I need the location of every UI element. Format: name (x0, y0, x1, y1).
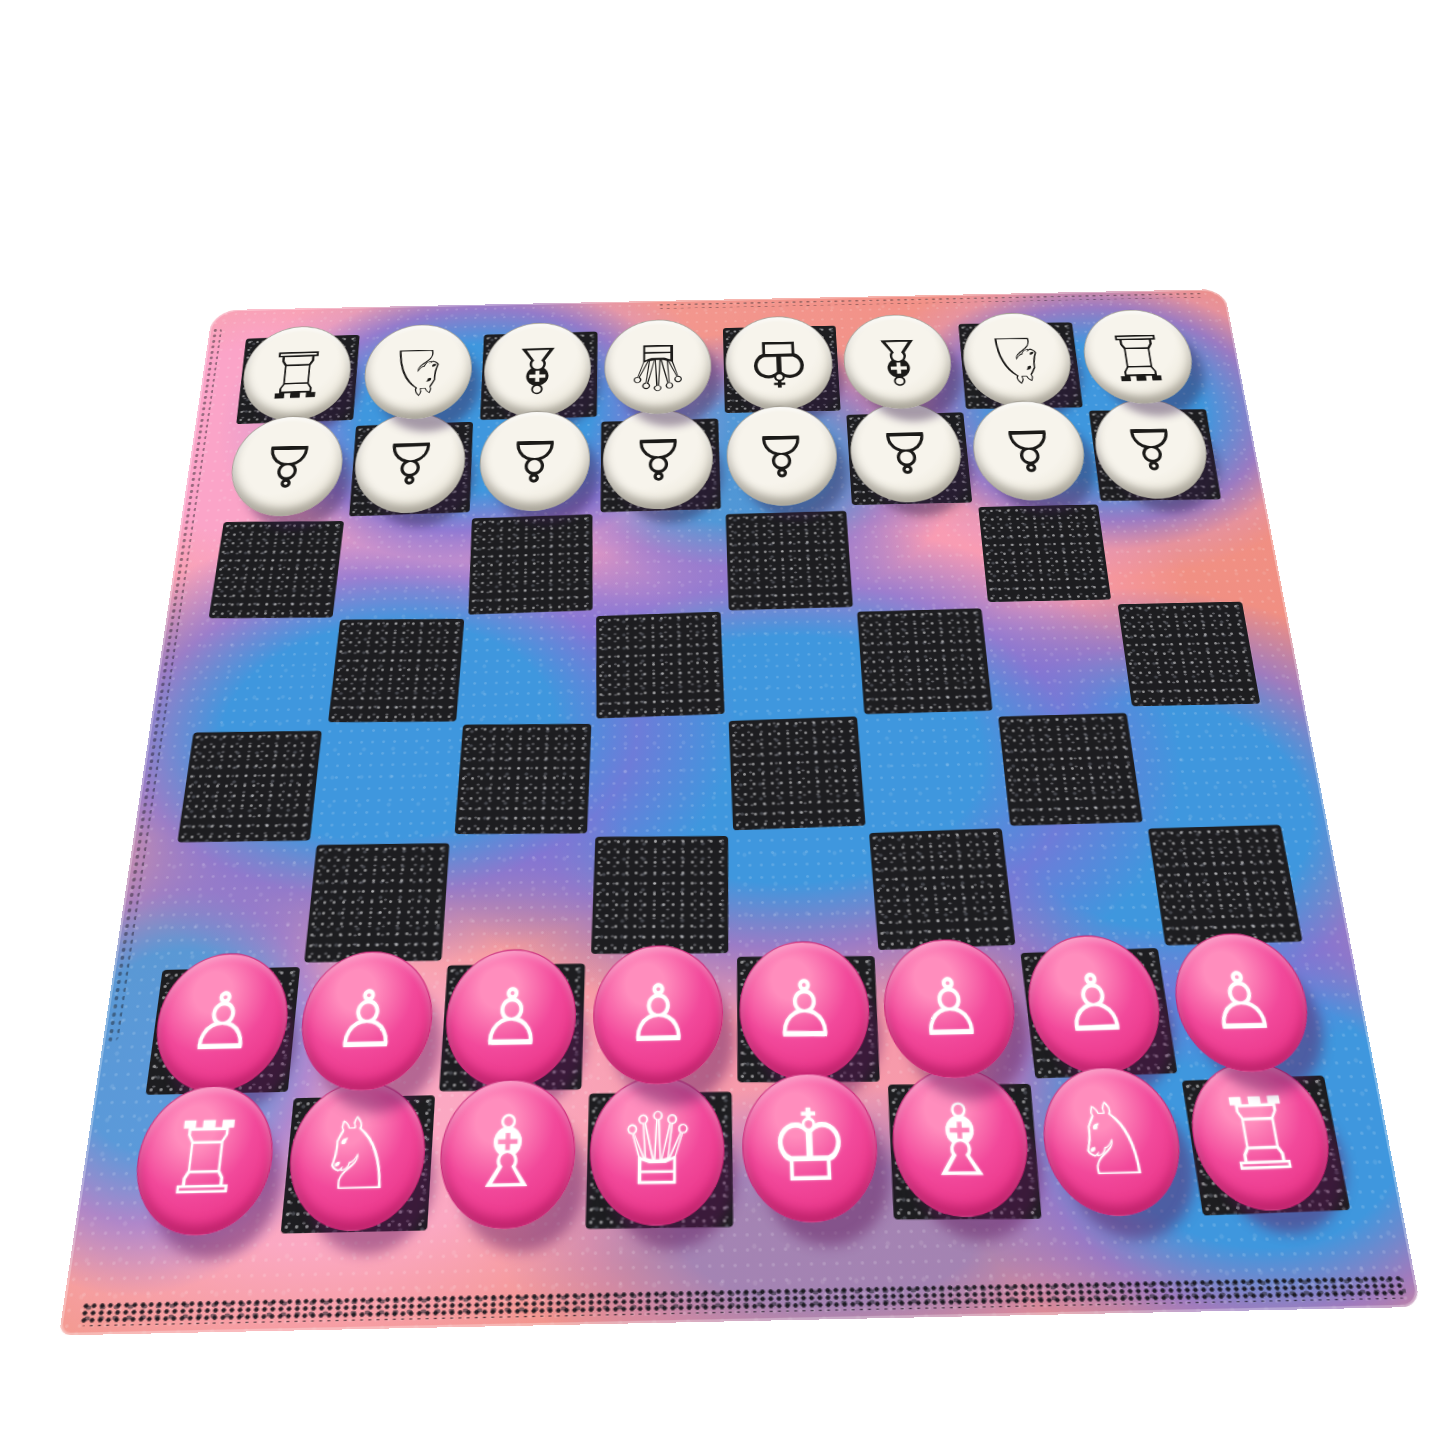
square-a1[interactable]: ♖ (121, 1096, 289, 1241)
square-a7[interactable]: ♙ (220, 423, 355, 520)
pawn-glyph: ♙ (876, 423, 936, 481)
square-c3[interactable] (445, 836, 591, 962)
piece-ivory-pawn-d7[interactable]: ♙ (603, 408, 715, 511)
bishop-glyph: ♗ (864, 330, 933, 394)
square-e5[interactable] (725, 608, 861, 718)
queen-glyph: ♕ (626, 335, 691, 399)
pawn-glyph: ♙ (998, 421, 1061, 479)
rook-glyph: ♖ (262, 341, 332, 406)
pawn-glyph: ♙ (185, 982, 260, 1062)
piece-ivory-pawn-b7[interactable]: ♙ (351, 411, 467, 515)
square-h3[interactable] (1145, 822, 1307, 948)
piece-pink-pawn-d2[interactable]: ♙ (592, 944, 724, 1086)
square-g7[interactable]: ♙ (965, 408, 1100, 505)
piece-pink-pawn-c2[interactable]: ♙ (442, 948, 579, 1089)
board-grid: ♖♘♗♕♔♗♘♖♙♙♙♙♙♙♙♙♙♙♙♙♙♙♙♙♖♘♗♕♔♗♘♖ (121, 317, 1355, 1242)
square-g2[interactable]: ♙ (1017, 944, 1181, 1081)
board-scene: ♖♘♗♕♔♗♘♖♙♙♙♙♙♙♙♙♙♙♙♙♙♙♙♙♖♘♗♕♔♗♘♖ (135, 157, 1319, 1313)
square-c7[interactable]: ♙ (471, 418, 598, 515)
piece-pink-knight-g1[interactable]: ♘ (1037, 1065, 1190, 1217)
rook-glyph: ♖ (1101, 325, 1175, 389)
king-glyph: ♔ (768, 1096, 852, 1197)
square-e7[interactable]: ♙ (721, 413, 849, 510)
pawn-glyph: ♙ (1119, 420, 1183, 477)
piece-ivory-knight-g8[interactable]: ♘ (959, 312, 1076, 408)
square-b5[interactable] (324, 617, 466, 725)
knight-glyph: ♘ (383, 340, 452, 404)
piece-pink-rook-h1[interactable]: ♖ (1182, 1060, 1343, 1214)
square-h7[interactable]: ♙ (1086, 407, 1224, 503)
square-e1[interactable]: ♔ (735, 1084, 892, 1229)
piece-ivory-queen-d8[interactable]: ♕ (604, 319, 713, 415)
square-f6[interactable] (848, 505, 984, 608)
king-glyph: ♔ (746, 331, 812, 395)
square-c1[interactable]: ♗ (429, 1090, 586, 1235)
square-e3[interactable] (730, 830, 876, 956)
chess-board: ♖♘♗♕♔♗♘♖♙♙♙♙♙♙♙♙♙♙♙♙♙♙♙♙♖♘♗♕♔♗♘♖ (59, 289, 1421, 1335)
piece-pink-rook-a1[interactable]: ♖ (128, 1084, 280, 1237)
piece-pink-pawn-f2[interactable]: ♙ (880, 938, 1021, 1079)
piece-pink-king-e1[interactable]: ♔ (740, 1071, 881, 1223)
square-g6[interactable] (975, 502, 1115, 605)
pawn-glyph: ♙ (256, 437, 319, 495)
piece-ivory-rook-h8[interactable]: ♖ (1078, 309, 1200, 405)
piece-ivory-king-e8[interactable]: ♔ (724, 316, 835, 412)
board-edge-speckle-top (658, 292, 1203, 309)
square-d4[interactable] (591, 718, 729, 835)
square-h4[interactable] (1129, 707, 1284, 824)
piece-pink-knight-b1[interactable]: ♘ (283, 1080, 429, 1232)
piece-ivory-pawn-f7[interactable]: ♙ (848, 402, 966, 504)
square-h6[interactable] (1100, 500, 1244, 603)
piece-ivory-pawn-g7[interactable]: ♙ (969, 400, 1091, 502)
bishop-glyph: ♗ (505, 338, 571, 403)
piece-ivory-bishop-f8[interactable]: ♗ (841, 314, 955, 410)
piece-ivory-rook-a8[interactable]: ♖ (238, 325, 354, 423)
square-e8[interactable]: ♔ (720, 324, 844, 416)
square-c6[interactable] (466, 511, 596, 616)
piece-pink-queen-d1[interactable]: ♕ (588, 1076, 725, 1227)
square-b1[interactable]: ♘ (276, 1092, 438, 1237)
pawn-glyph: ♙ (1056, 963, 1133, 1044)
square-a5[interactable] (191, 619, 335, 729)
square-b6[interactable] (336, 516, 472, 620)
piece-ivory-pawn-e7[interactable]: ♙ (725, 405, 839, 507)
piece-pink-pawn-g2[interactable]: ♙ (1021, 933, 1170, 1076)
bishop-glyph: ♗ (465, 1102, 549, 1203)
square-f8[interactable]: ♗ (837, 322, 964, 414)
square-g3[interactable] (1007, 824, 1163, 949)
square-c5[interactable] (459, 614, 595, 724)
square-a3[interactable] (159, 842, 314, 968)
square-b8[interactable]: ♘ (355, 332, 482, 424)
square-g1[interactable]: ♘ (1032, 1078, 1200, 1222)
pawn-glyph: ♙ (505, 432, 563, 490)
square-d5[interactable] (593, 609, 727, 721)
square-e2[interactable]: ♙ (733, 953, 882, 1085)
square-e6[interactable] (722, 508, 855, 612)
square-c4[interactable] (452, 721, 595, 836)
square-d2[interactable]: ♙ (586, 955, 735, 1090)
knight-glyph: ♘ (313, 1104, 401, 1205)
square-g5[interactable] (984, 603, 1129, 713)
piece-pink-pawn-a2[interactable]: ♙ (148, 952, 294, 1094)
square-b4[interactable] (314, 724, 459, 842)
square-d6[interactable] (595, 510, 725, 613)
pawn-glyph: ♙ (914, 968, 986, 1048)
piece-pink-bishop-c1[interactable]: ♗ (436, 1078, 577, 1230)
square-a4[interactable] (174, 728, 325, 845)
square-b2[interactable]: ♙ (289, 961, 445, 1096)
piece-pink-pawn-b2[interactable]: ♙ (295, 950, 436, 1092)
square-f7[interactable]: ♙ (844, 410, 975, 507)
square-b3[interactable] (300, 840, 452, 965)
square-h1[interactable]: ♖ (1178, 1072, 1354, 1219)
board-edge-speckle-bottom (79, 1275, 1407, 1327)
piece-ivory-pawn-c7[interactable]: ♙ (477, 410, 591, 512)
piece-ivory-knight-b8[interactable]: ♘ (360, 324, 474, 421)
square-f1[interactable]: ♗ (885, 1081, 1045, 1223)
square-d8[interactable]: ♕ (599, 327, 721, 419)
square-c2[interactable]: ♙ (436, 960, 588, 1094)
square-d7[interactable]: ♙ (598, 416, 724, 514)
piece-pink-pawn-h2[interactable]: ♙ (1166, 932, 1318, 1073)
piece-ivory-pawn-a7[interactable]: ♙ (226, 415, 348, 518)
square-a8[interactable]: ♖ (233, 333, 362, 426)
square-g4[interactable] (995, 710, 1146, 828)
square-d1[interactable]: ♕ (582, 1089, 736, 1233)
rook-glyph: ♖ (159, 1109, 251, 1211)
piece-pink-pawn-e2[interactable]: ♙ (739, 941, 872, 1080)
square-h2[interactable]: ♙ (1162, 943, 1329, 1077)
square-h8[interactable]: ♖ (1074, 317, 1208, 408)
pawn-glyph: ♙ (753, 427, 811, 485)
square-f3[interactable] (866, 825, 1019, 953)
square-f2[interactable]: ♙ (875, 949, 1032, 1083)
square-g8[interactable]: ♘ (955, 320, 1085, 411)
pawn-glyph: ♙ (331, 980, 403, 1060)
square-c8[interactable]: ♗ (477, 329, 600, 422)
square-f5[interactable] (854, 606, 995, 717)
pawn-glyph: ♙ (630, 430, 687, 488)
pawn-glyph: ♙ (625, 974, 692, 1054)
piece-ivory-pawn-h7[interactable]: ♙ (1090, 398, 1215, 499)
square-b7[interactable]: ♙ (346, 419, 475, 518)
pawn-glyph: ♙ (476, 978, 546, 1058)
pawn-glyph: ♙ (771, 970, 839, 1049)
square-d3[interactable] (588, 833, 731, 956)
bishop-glyph: ♗ (918, 1093, 1005, 1193)
square-h5[interactable] (1115, 599, 1264, 709)
rook-glyph: ♖ (1213, 1085, 1311, 1187)
piece-ivory-bishop-c8[interactable]: ♗ (482, 322, 592, 419)
knight-glyph: ♘ (1066, 1090, 1158, 1191)
knight-glyph: ♘ (982, 328, 1053, 392)
piece-pink-bishop-f1[interactable]: ♗ (890, 1068, 1034, 1218)
pawn-glyph: ♙ (380, 433, 439, 492)
photo-backdrop: ♖♘♗♕♔♗♘♖♙♙♙♙♙♙♙♙♙♙♙♙♙♙♙♙♖♘♗♕♔♗♘♖ (0, 0, 1445, 1445)
square-e4[interactable] (725, 714, 868, 833)
square-a6[interactable] (205, 518, 346, 620)
queen-glyph: ♕ (616, 1101, 698, 1202)
square-f4[interactable] (861, 713, 1006, 830)
pawn-glyph: ♙ (1202, 962, 1281, 1042)
square-a2[interactable]: ♙ (142, 963, 303, 1098)
